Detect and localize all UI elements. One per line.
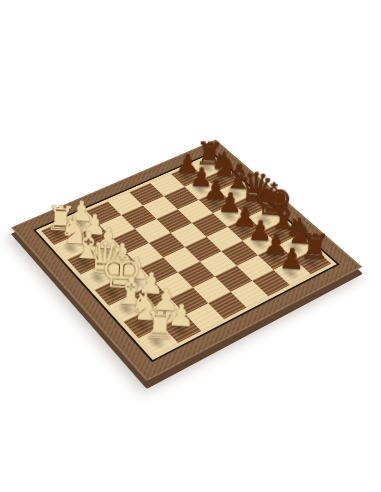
- board-squares-grid: ♜♞♝♛♚♝♞♜♟♟♟♟♟♟♟♟♟♟♟♟♟♟♟♟♜♞♝♛♚♝♞♜: [41, 157, 331, 356]
- piece-white-rook-h1: ♜: [143, 307, 173, 342]
- scene-perspective: ♜♞♝♛♚♝♞♜♟♟♟♟♟♟♟♟♟♟♟♟♟♟♟♟♜♞♝♛♚♝♞♜: [0, 0, 381, 492]
- chess-set-product-photo: ♜♞♝♛♚♝♞♜♟♟♟♟♟♟♟♟♟♟♟♟♟♟♟♟♜♞♝♛♚♝♞♜: [0, 0, 381, 492]
- chess-board: ♜♞♝♛♚♝♞♜♟♟♟♟♟♟♟♟♟♟♟♟♟♟♟♟♜♞♝♛♚♝♞♜: [11, 139, 362, 381]
- board-frame: ♜♞♝♛♚♝♞♜♟♟♟♟♟♟♟♟♟♟♟♟♟♟♟♟♜♞♝♛♚♝♞♜: [11, 139, 362, 381]
- piece-black-pawn-h7: ♟: [278, 246, 306, 273]
- scene-tilt-wrapper: ♜♞♝♛♚♝♞♜♟♟♟♟♟♟♟♟♟♟♟♟♟♟♟♟♜♞♝♛♚♝♞♜: [0, 0, 381, 492]
- board-pinstripe-border: ♜♞♝♛♚♝♞♜♟♟♟♟♟♟♟♟♟♟♟♟♟♟♟♟♜♞♝♛♚♝♞♜: [33, 152, 340, 362]
- square-h1: ♜: [139, 326, 178, 355]
